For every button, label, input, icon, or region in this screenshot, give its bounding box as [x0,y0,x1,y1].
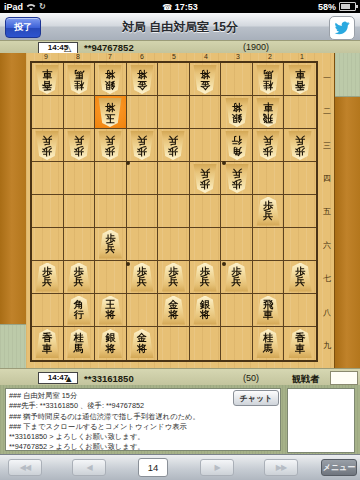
piece-kanji-bottom: 兵 [232,277,242,288]
board-cell-2七[interactable] [253,261,285,294]
rank-labels: 一二三四五六七八九 [320,61,334,362]
board-cell-1三[interactable]: 歩兵 [284,129,316,162]
piece-pawn-sente[interactable]: 歩兵 [66,263,92,292]
board-cell-4二[interactable] [190,96,222,129]
piece-kanji-top: 香 [295,333,305,344]
piece-gold-sente[interactable]: 金将 [129,329,155,358]
gote-name: **94767852 [84,42,134,53]
board-cell-3七[interactable]: 歩兵 [221,261,253,294]
rank-label: 二 [323,106,331,117]
board-cell-6五[interactable] [127,195,159,228]
chat-line: **33161850 > よろしくお願い致します。 [9,432,277,442]
sente-captured-tray [0,324,26,368]
piece-kanji-bottom: 行 [232,135,242,146]
navigation-bar: 投了 対局 自由対局室 15分 [0,13,360,41]
chat-line: ### 猶予時間戻るのは通信渋滞で指し手到着遅れのため。 [9,412,277,422]
file-label: 7 [94,53,126,61]
piece-kanji-top: 香 [42,333,52,344]
piece-kanji-bottom: 馬 [74,344,84,355]
board-cell-7九[interactable]: 銀将 [95,327,127,360]
page-title: 対局 自由対局室 15分 [0,19,360,36]
file-labels: 987654321 [30,53,318,61]
piece-pawn-gote[interactable]: 歩兵 [97,131,123,160]
board-cell-3九[interactable] [221,327,253,360]
board-cell-5七[interactable]: 歩兵 [158,261,190,294]
last-move-button[interactable]: ▶▶ [264,459,298,476]
board-cell-3一[interactable] [221,63,253,96]
board-cell-7一[interactable]: 銀将 [95,63,127,96]
chat-zone: ### 自由対局室 15分###先手: **33161850 、後手: **94… [0,385,360,454]
chat-line: **94767852 > よろしくお願い致します。 [9,442,277,451]
star-point [126,161,130,165]
piece-kanji-bottom: 車 [295,344,305,355]
piece-knight-gote[interactable]: 桂馬 [66,65,92,94]
piece-kanji-bottom: 馬 [263,344,273,355]
board-cell-6六[interactable] [127,228,159,261]
battery-percent: 58% [318,2,336,12]
piece-pawn-gote[interactable]: 歩兵 [129,131,155,160]
board-cell-2五[interactable]: 歩兵 [253,195,285,228]
board-cell-8二[interactable] [64,96,96,129]
board-cell-8七[interactable]: 歩兵 [64,261,96,294]
piece-kanji-top: 歩 [232,178,242,189]
piece-kanji-bottom: 兵 [137,135,147,146]
board-cell-6四[interactable] [127,162,159,195]
piece-kanji-bottom: 将 [200,310,210,321]
piece-kanji-top: 歩 [42,145,52,156]
board-cell-8一[interactable]: 桂馬 [64,63,96,96]
board-cell-2六[interactable] [253,228,285,261]
board-cell-4九[interactable] [190,327,222,360]
board-cell-8六[interactable] [64,228,96,261]
piece-kanji-bottom: 将 [168,310,178,321]
piece-knight-sente[interactable]: 桂馬 [66,329,92,358]
piece-lance-sente[interactable]: 香車 [287,329,313,358]
board-cell-9八[interactable] [32,294,64,327]
piece-kanji-top: 玉 [105,112,115,123]
rank-label: 三 [323,140,331,151]
twitter-bird-icon [334,21,350,35]
board-cell-3五[interactable] [221,195,253,228]
board-cell-3八[interactable] [221,294,253,327]
piece-pawn-sente[interactable]: 歩兵 [224,263,250,292]
piece-kanji-top: 歩 [137,145,147,156]
board-cell-4七[interactable]: 歩兵 [190,261,222,294]
piece-silver-gote[interactable]: 銀将 [224,98,250,127]
piece-kanji-bottom: 兵 [263,211,273,222]
board-cell-5九[interactable] [158,327,190,360]
piece-kanji-bottom: 将 [137,69,147,80]
board-cell-6一[interactable]: 金将 [127,63,159,96]
piece-kanji-bottom: 車 [263,102,273,113]
piece-silver-sente[interactable]: 銀将 [192,296,218,325]
rank-label: 六 [323,240,331,251]
piece-pawn-gote[interactable]: 歩兵 [34,131,60,160]
board-cell-7六[interactable]: 歩兵 [95,228,127,261]
file-label: 2 [254,53,286,61]
piece-lance-gote[interactable]: 香車 [287,65,313,94]
board-cell-5二[interactable] [158,96,190,129]
board-cell-7七[interactable] [95,261,127,294]
piece-kanji-bottom: 兵 [105,135,115,146]
spectator-count-box [330,371,358,385]
prev-move-button[interactable]: ◀ [72,459,106,476]
file-label: 9 [30,53,62,61]
piece-knight-sente[interactable]: 桂馬 [255,329,281,358]
piece-pawn-gote[interactable]: 歩兵 [224,164,250,193]
file-label: 1 [286,53,318,61]
piece-kanji-top: 金 [137,79,147,90]
piece-kanji-bottom: 将 [105,344,115,355]
piece-gold-sente[interactable]: 金将 [160,296,186,325]
file-label: 4 [190,53,222,61]
piece-kanji-bottom: 車 [42,69,52,80]
piece-kanji-top: 歩 [74,145,84,156]
piece-kanji-bottom: 将 [200,69,210,80]
file-label: 8 [62,53,94,61]
rank-label: 四 [323,173,331,184]
board-cell-1一[interactable]: 香車 [284,63,316,96]
piece-kanji-top: 金 [200,79,210,90]
piece-kanji-bottom: 将 [105,69,115,80]
board-cell-4五[interactable] [190,195,222,228]
board-cell-8九[interactable]: 桂馬 [64,327,96,360]
board-cell-5五[interactable] [158,195,190,228]
board-cell-6九[interactable]: 金将 [127,327,159,360]
piece-kanji-bottom: 兵 [295,277,305,288]
board-cell-9七[interactable]: 歩兵 [32,261,64,294]
board-grid: 香車桂馬銀将金将金将桂馬香車玉将銀将飛車歩兵歩兵歩兵歩兵歩兵角行歩兵歩兵歩兵歩兵… [30,61,318,362]
file-label: 5 [158,53,190,61]
twitter-button[interactable] [329,16,355,40]
board-cell-4八[interactable]: 銀将 [190,294,222,327]
rank-label: 一 [323,73,331,84]
piece-kanji-bottom: 兵 [263,135,273,146]
piece-pawn-gote[interactable]: 歩兵 [255,131,281,160]
piece-kanji-bottom: 兵 [295,135,305,146]
piece-kanji-bottom: 馬 [74,69,84,80]
spectator-list[interactable] [287,388,355,453]
piece-silver-gote[interactable]: 銀将 [97,65,123,94]
rank-label: 五 [323,206,331,217]
piece-kanji-bottom: 兵 [232,168,242,179]
rank-label: 七 [323,273,331,284]
file-label: 6 [126,53,158,61]
battery-icon [339,2,356,11]
piece-pawn-sente[interactable]: 歩兵 [97,230,123,259]
piece-kanji-bottom: 将 [105,310,115,321]
star-point [222,262,226,266]
board-cell-6三[interactable]: 歩兵 [127,129,159,162]
piece-bishop-sente[interactable]: 角行 [66,296,92,325]
next-move-icon: ▶ [214,463,219,472]
piece-kanji-bottom: 兵 [200,277,210,288]
board-cell-5六[interactable] [158,228,190,261]
piece-kanji-top: 歩 [295,145,305,156]
piece-kanji-top: 銀 [232,112,242,123]
sente-rating: (50) [243,373,259,383]
board-cell-6二[interactable] [127,96,159,129]
piece-kanji-top: 桂 [74,333,84,344]
board-cell-2二[interactable]: 飛車 [253,96,285,129]
board-cell-2四[interactable] [253,162,285,195]
piece-kanji-top: 歩 [105,145,115,156]
piece-kanji-bottom: 兵 [105,244,115,255]
board-cell-9二[interactable] [32,96,64,129]
chat-button[interactable]: チャット [233,390,279,406]
menu-button[interactable]: メニュー [321,459,357,476]
board-cell-8八[interactable]: 角行 [64,294,96,327]
piece-pawn-sente[interactable]: 歩兵 [34,263,60,292]
gote-mark: △ [64,42,71,53]
first-move-button[interactable]: ◀◀ [8,459,42,476]
piece-kanji-top: 歩 [200,178,210,189]
piece-rook-gote[interactable]: 飛車 [255,98,281,127]
piece-kanji-bottom: 馬 [263,69,273,80]
board-cell-7三[interactable]: 歩兵 [95,129,127,162]
board-cell-1七[interactable]: 歩兵 [284,261,316,294]
board-cell-2九[interactable]: 桂馬 [253,327,285,360]
piece-kanji-top: 桂 [263,79,273,90]
board-cell-9四[interactable] [32,162,64,195]
piece-pawn-gote[interactable]: 歩兵 [160,131,186,160]
chat-line: ### 下までスクロールするとコメントウィンドウ表示 [9,422,277,432]
bottom-toolbar: ◀◀ ◀ 14 ▶ ▶▶ メニュー [0,454,360,480]
piece-kanji-bottom: 兵 [42,135,52,146]
star-point [222,161,226,165]
board-cell-1八[interactable] [284,294,316,327]
board-cell-2八[interactable]: 飛車 [253,294,285,327]
piece-rook-sente[interactable]: 飛車 [255,296,281,325]
piece-king-gote[interactable]: 玉将 [97,98,123,127]
board-cell-9六[interactable] [32,228,64,261]
board-cell-4一[interactable]: 金将 [190,63,222,96]
board-cell-6八[interactable] [127,294,159,327]
board-cell-1五[interactable] [284,195,316,228]
piece-kanji-top: 香 [295,79,305,90]
board-cell-7二[interactable]: 玉将 [95,96,127,129]
board-cell-2三[interactable]: 歩兵 [253,129,285,162]
gote-rating: (1900) [243,42,269,52]
right-table-strip [334,53,360,368]
board-cell-3二[interactable]: 銀将 [221,96,253,129]
prev-move-icon: ◀ [86,463,91,472]
board-cell-4六[interactable] [190,228,222,261]
piece-kanji-top: 香 [42,79,52,90]
board-cell-9一[interactable]: 香車 [32,63,64,96]
piece-pawn-gote[interactable]: 歩兵 [192,164,218,193]
piece-pawn-sente[interactable]: 歩兵 [129,263,155,292]
piece-gold-gote[interactable]: 金将 [192,65,218,94]
piece-silver-sente[interactable]: 銀将 [97,329,123,358]
piece-pawn-sente[interactable]: 歩兵 [255,197,281,226]
board-cell-8五[interactable] [64,195,96,228]
first-move-icon: ◀◀ [20,463,30,472]
piece-pawn-sente[interactable]: 歩兵 [287,263,313,292]
board-cell-1九[interactable]: 香車 [284,327,316,360]
piece-kanji-top: 桂 [74,79,84,90]
piece-kanji-top: 銀 [105,79,115,90]
piece-kanji-bottom: 兵 [74,135,84,146]
board-cell-3三[interactable]: 角行 [221,129,253,162]
piece-kanji-bottom: 行 [74,310,84,321]
next-move-button[interactable]: ▶ [200,459,234,476]
piece-kanji-bottom: 兵 [74,277,84,288]
board-cell-4三[interactable] [190,129,222,162]
piece-kanji-top: 銀 [105,333,115,344]
board-cell-5一[interactable] [158,63,190,96]
star-point [126,262,130,266]
piece-pawn-gote[interactable]: 歩兵 [287,131,313,160]
call-icon: ☎ [162,3,172,12]
piece-kanji-bottom: 車 [295,69,305,80]
gote-captured-tray [335,53,360,97]
board-cell-1二[interactable] [284,96,316,129]
piece-kanji-top: 飛 [263,112,273,123]
piece-kanji-top: 歩 [168,145,178,156]
board-cell-4四[interactable]: 歩兵 [190,162,222,195]
board-cell-2一[interactable]: 桂馬 [253,63,285,96]
board-cell-9三[interactable]: 歩兵 [32,129,64,162]
piece-kanji-top: 歩 [263,145,273,156]
board-cell-6七[interactable]: 歩兵 [127,261,159,294]
board-cell-5八[interactable]: 金将 [158,294,190,327]
piece-kanji-top: 金 [137,333,147,344]
shogi-board: 987654321 香車桂馬銀将金将金将桂馬香車玉将銀将飛車歩兵歩兵歩兵歩兵歩兵… [26,53,334,368]
board-cell-1四[interactable] [284,162,316,195]
rank-label: 九 [323,340,331,351]
piece-king-sente[interactable]: 王将 [97,296,123,325]
piece-kanji-bottom: 車 [42,344,52,355]
piece-kanji-bottom: 車 [263,310,273,321]
piece-kanji-top: 角 [232,145,242,156]
piece-lance-sente[interactable]: 香車 [34,329,60,358]
shogi-app-screen: iPad ↻ ☎ 17:53 58% 投了 対局 自由対局室 15分 14:45… [0,0,360,480]
last-move-icon: ▶▶ [276,463,286,472]
piece-kanji-bottom: 将 [137,344,147,355]
sente-mark: ▲ [64,373,73,384]
board-cell-5三[interactable]: 歩兵 [158,129,190,162]
piece-pawn-sente[interactable]: 歩兵 [192,263,218,292]
piece-lance-gote[interactable]: 香車 [34,65,60,94]
status-time: 17:53 [175,2,198,12]
piece-kanji-bottom: 兵 [42,277,52,288]
board-cell-3六[interactable] [221,228,253,261]
piece-kanji-bottom: 兵 [168,277,178,288]
piece-gold-gote[interactable]: 金将 [129,65,155,94]
board-cell-1六[interactable] [284,228,316,261]
board-cell-3四[interactable]: 歩兵 [221,162,253,195]
board-cell-8三[interactable]: 歩兵 [64,129,96,162]
left-table-strip [0,53,27,368]
board-cell-5四[interactable] [158,162,190,195]
board-zone: 987654321 香車桂馬銀将金将金将桂馬香車玉将銀将飛車歩兵歩兵歩兵歩兵歩兵… [0,53,360,368]
board-cell-9九[interactable]: 香車 [32,327,64,360]
piece-kanji-bottom: 将 [105,102,115,113]
move-number-box[interactable]: 14 [138,458,168,477]
piece-knight-gote[interactable]: 桂馬 [255,65,281,94]
board-cell-8四[interactable] [64,162,96,195]
piece-kanji-top: 桂 [263,333,273,344]
piece-kanji-bottom: 兵 [137,277,147,288]
sente-name: **33161850 [84,373,134,384]
piece-pawn-gote[interactable]: 歩兵 [66,131,92,160]
piece-kanji-bottom: 将 [232,102,242,113]
piece-pawn-sente[interactable]: 歩兵 [160,263,186,292]
board-cell-7五[interactable] [95,195,127,228]
piece-kanji-bottom: 兵 [168,135,178,146]
board-cell-7八[interactable]: 王将 [95,294,127,327]
piece-bishop-gote[interactable]: 角行 [224,131,250,160]
piece-kanji-bottom: 兵 [200,168,210,179]
file-label: 3 [222,53,254,61]
status-bar: iPad ↻ ☎ 17:53 58% [0,0,360,13]
board-cell-7四[interactable] [95,162,127,195]
rank-label: 八 [323,307,331,318]
board-cell-9五[interactable] [32,195,64,228]
